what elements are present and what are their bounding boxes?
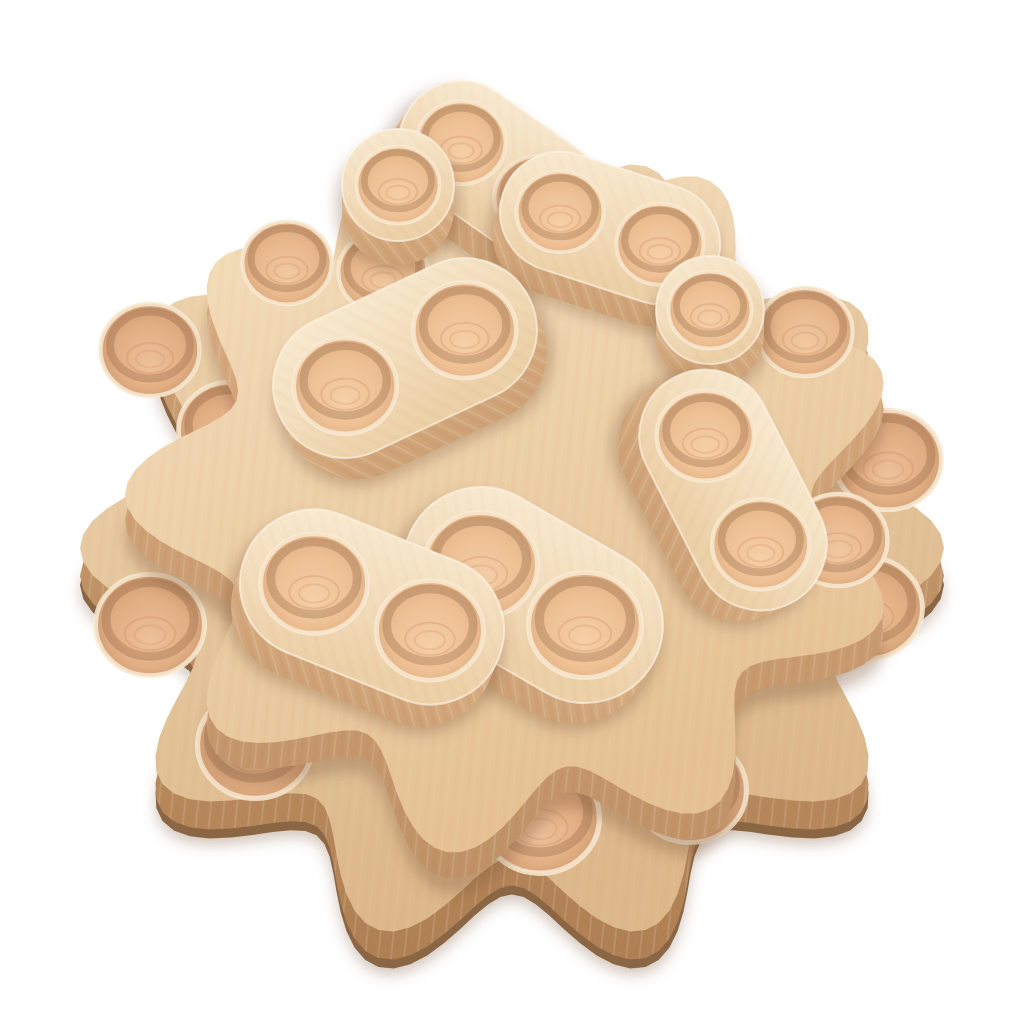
wooden-stacking-puzzle bbox=[0, 0, 1024, 1024]
product-photo bbox=[0, 0, 1024, 1024]
